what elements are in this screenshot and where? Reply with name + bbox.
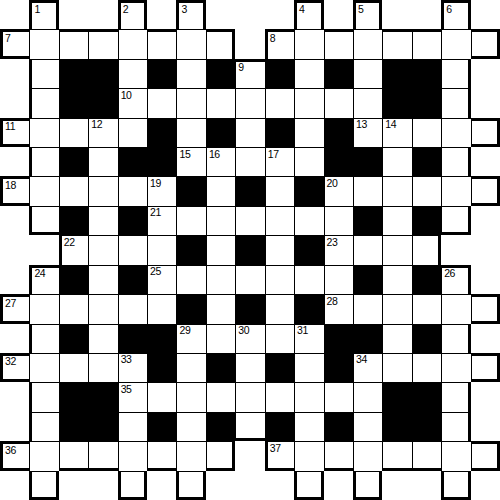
clue-number-1: 1 — [34, 4, 39, 15]
letter-cell-r7c8[interactable] — [235, 206, 264, 235]
clue-number-10: 10 — [121, 90, 132, 101]
clue-number-30: 30 — [238, 325, 249, 336]
letter-cell-r2c15[interactable] — [441, 59, 470, 88]
block-cell-r14c9 — [265, 412, 294, 441]
letter-cell-r4c13[interactable]: 14 — [382, 118, 411, 147]
letter-cell-r3c7[interactable] — [206, 88, 235, 117]
letter-cell-r10c12[interactable] — [353, 294, 382, 323]
letter-cell-r16c4[interactable] — [118, 471, 147, 500]
letter-cell-r4c12[interactable]: 13 — [353, 118, 382, 147]
block-cell-r14c14 — [412, 412, 441, 441]
block-cell-r8c8 — [235, 235, 264, 264]
letter-cell-r6c7[interactable] — [206, 176, 235, 205]
letter-cell-r10c4[interactable] — [118, 294, 147, 323]
letter-cell-r1c1[interactable] — [29, 29, 58, 58]
crossword-grid: 1234567891011121314151617181920212223242… — [0, 0, 500, 500]
letter-cell-r6c0[interactable]: 18 — [0, 176, 29, 205]
letter-cell-r10c14[interactable] — [412, 294, 441, 323]
letter-cell-r13c8[interactable] — [235, 382, 264, 411]
letter-cell-r7c9[interactable] — [265, 206, 294, 235]
letter-cell-r4c6[interactable] — [176, 118, 205, 147]
letter-cell-r12c1[interactable] — [29, 353, 58, 382]
letter-cell-r4c3[interactable]: 12 — [88, 118, 117, 147]
letter-cell-r11c8[interactable]: 30 — [235, 324, 264, 353]
letter-cell-r3c8[interactable] — [235, 88, 264, 117]
letter-cell-r4c15[interactable] — [441, 118, 470, 147]
letter-cell-r1c9[interactable]: 8 — [265, 29, 294, 58]
block-cell-r4c9 — [265, 118, 294, 147]
letter-cell-r6c4[interactable] — [118, 176, 147, 205]
letter-cell-r3c15[interactable] — [441, 88, 470, 117]
block-cell-r13c13 — [382, 382, 411, 411]
letter-cell-r12c8[interactable] — [235, 353, 264, 382]
block-cell-r11c14 — [412, 324, 441, 353]
clue-number-11: 11 — [5, 121, 15, 132]
letter-cell-r6c5[interactable]: 19 — [147, 176, 176, 205]
block-cell-r2c5 — [147, 59, 176, 88]
letter-cell-r1c4[interactable] — [118, 29, 147, 58]
letter-cell-r10c3[interactable] — [88, 294, 117, 323]
block-cell-r5c12 — [353, 147, 382, 176]
letter-cell-r16c10[interactable] — [294, 471, 323, 500]
clue-number-36: 36 — [5, 445, 16, 456]
block-cell-r2c11 — [324, 59, 353, 88]
clue-number-13: 13 — [356, 119, 367, 130]
letter-cell-r10c16[interactable] — [471, 294, 500, 323]
clue-number-18: 18 — [5, 180, 16, 191]
letter-cell-r15c14[interactable] — [412, 441, 441, 470]
clue-number-9: 9 — [238, 62, 243, 73]
letter-cell-r12c0[interactable]: 32 — [0, 353, 29, 382]
clue-number-12: 12 — [91, 119, 102, 130]
letter-cell-r4c0[interactable]: 11 — [0, 118, 29, 147]
clue-number-37: 37 — [270, 443, 281, 454]
letter-cell-r9c5[interactable]: 25 — [147, 265, 176, 294]
letter-cell-r10c5[interactable] — [147, 294, 176, 323]
letter-cell-r8c14[interactable] — [412, 235, 441, 264]
block-cell-r2c13 — [382, 59, 411, 88]
letter-cell-r1c13[interactable] — [382, 29, 411, 58]
letter-cell-r7c7[interactable] — [206, 206, 235, 235]
letter-cell-r1c12[interactable] — [353, 29, 382, 58]
clue-number-34: 34 — [356, 354, 367, 365]
letter-cell-r13c6[interactable] — [176, 382, 205, 411]
block-cell-r7c12 — [353, 206, 382, 235]
block-cell-r11c12 — [353, 324, 382, 353]
clue-number-8: 8 — [270, 33, 275, 44]
letter-cell-r0c1[interactable]: 1 — [29, 0, 58, 29]
letter-cell-r0c12[interactable]: 5 — [353, 0, 382, 29]
clue-number-29: 29 — [179, 325, 190, 336]
block-cell-r12c5 — [147, 353, 176, 382]
letter-cell-r14c1[interactable] — [29, 412, 58, 441]
block-cell-r8c6 — [176, 235, 205, 264]
letter-cell-r9c6[interactable] — [176, 265, 205, 294]
block-cell-r10c6 — [176, 294, 205, 323]
block-cell-r9c4 — [118, 265, 147, 294]
letter-cell-r7c11[interactable] — [324, 206, 353, 235]
letter-cell-r16c12[interactable] — [353, 471, 382, 500]
letter-cell-r11c1[interactable] — [29, 324, 58, 353]
letter-cell-r3c6[interactable] — [176, 88, 205, 117]
letter-cell-r2c6[interactable] — [176, 59, 205, 88]
clue-number-22: 22 — [64, 237, 75, 248]
letter-cell-r12c10[interactable] — [294, 353, 323, 382]
letter-cell-r15c0[interactable]: 36 — [0, 441, 29, 470]
block-cell-r14c11 — [324, 412, 353, 441]
letter-cell-r7c6[interactable] — [176, 206, 205, 235]
letter-cell-r13c4[interactable]: 35 — [118, 382, 147, 411]
letter-cell-r16c1[interactable] — [29, 471, 58, 500]
block-cell-r2c2 — [59, 59, 88, 88]
block-cell-r10c8 — [235, 294, 264, 323]
block-cell-r12c7 — [206, 353, 235, 382]
letter-cell-r11c10[interactable]: 31 — [294, 324, 323, 353]
letter-cell-r5c15[interactable] — [441, 147, 470, 176]
letter-cell-r6c15[interactable] — [441, 176, 470, 205]
block-cell-r9c14 — [412, 265, 441, 294]
letter-cell-r14c10[interactable] — [294, 412, 323, 441]
letter-cell-r3c1[interactable] — [29, 88, 58, 117]
block-cell-r9c12 — [353, 265, 382, 294]
letter-cell-r14c8[interactable] — [235, 412, 264, 441]
letter-cell-r8c11[interactable]: 23 — [324, 235, 353, 264]
block-cell-r2c7 — [206, 59, 235, 88]
block-cell-r9c2 — [59, 265, 88, 294]
block-cell-r4c7 — [206, 118, 235, 147]
block-cell-r10c10 — [294, 294, 323, 323]
block-cell-r14c13 — [382, 412, 411, 441]
letter-cell-r15c2[interactable] — [59, 441, 88, 470]
block-cell-r13c14 — [412, 382, 441, 411]
letter-cell-r9c3[interactable] — [88, 265, 117, 294]
letter-cell-r1c11[interactable] — [324, 29, 353, 58]
clue-number-19: 19 — [150, 178, 161, 189]
letter-cell-r8c4[interactable] — [118, 235, 147, 264]
letter-cell-r6c16[interactable] — [471, 176, 500, 205]
block-cell-r8c10 — [294, 235, 323, 264]
letter-cell-r0c6[interactable]: 3 — [176, 0, 205, 29]
letter-cell-r8c5[interactable] — [147, 235, 176, 264]
block-cell-r14c2 — [59, 412, 88, 441]
clue-number-17: 17 — [268, 149, 279, 160]
letter-cell-r12c3[interactable] — [88, 353, 117, 382]
letter-cell-r4c1[interactable] — [29, 118, 58, 147]
letter-cell-r8c12[interactable] — [353, 235, 382, 264]
letter-cell-r13c15[interactable] — [441, 382, 470, 411]
letter-cell-r1c2[interactable] — [59, 29, 88, 58]
letter-cell-r10c15[interactable] — [441, 294, 470, 323]
block-cell-r13c2 — [59, 382, 88, 411]
block-cell-r2c3 — [88, 59, 117, 88]
block-cell-r2c14 — [412, 59, 441, 88]
clue-number-26: 26 — [444, 268, 455, 279]
block-cell-r5c2 — [59, 147, 88, 176]
letter-cell-r6c13[interactable] — [382, 176, 411, 205]
letter-cell-r2c1[interactable] — [29, 59, 58, 88]
letter-cell-r15c16[interactable] — [471, 441, 500, 470]
block-cell-r6c10 — [294, 176, 323, 205]
block-cell-r14c3 — [88, 412, 117, 441]
clue-number-23: 23 — [327, 237, 338, 248]
letter-cell-r5c9[interactable]: 17 — [265, 147, 294, 176]
letter-cell-r10c2[interactable] — [59, 294, 88, 323]
letter-cell-r15c7[interactable] — [206, 441, 235, 470]
letter-cell-r10c11[interactable]: 28 — [324, 294, 353, 323]
letter-cell-r7c3[interactable] — [88, 206, 117, 235]
clue-number-2: 2 — [123, 4, 128, 15]
letter-cell-r9c13[interactable] — [382, 265, 411, 294]
clue-number-15: 15 — [179, 149, 190, 160]
clue-number-21: 21 — [150, 207, 161, 218]
letter-cell-r11c15[interactable] — [441, 324, 470, 353]
letter-cell-r10c1[interactable] — [29, 294, 58, 323]
letter-cell-r12c15[interactable] — [441, 353, 470, 382]
block-cell-r5c4 — [118, 147, 147, 176]
letter-cell-r3c12[interactable] — [353, 88, 382, 117]
letter-cell-r13c7[interactable] — [206, 382, 235, 411]
letter-cell-r0c10[interactable]: 4 — [294, 0, 323, 29]
letter-cell-r3c9[interactable] — [265, 88, 294, 117]
letter-cell-r11c3[interactable] — [88, 324, 117, 353]
letter-cell-r1c7[interactable] — [206, 29, 235, 58]
block-cell-r5c11 — [324, 147, 353, 176]
letter-cell-r8c2[interactable]: 22 — [59, 235, 88, 264]
block-cell-r5c14 — [412, 147, 441, 176]
letter-cell-r12c16[interactable] — [471, 353, 500, 382]
letter-cell-r9c7[interactable] — [206, 265, 235, 294]
letter-cell-r8c3[interactable] — [88, 235, 117, 264]
letter-cell-r6c9[interactable] — [265, 176, 294, 205]
clue-number-31: 31 — [297, 325, 308, 336]
letter-cell-r5c3[interactable] — [88, 147, 117, 176]
letter-cell-r6c12[interactable] — [353, 176, 382, 205]
clue-number-6: 6 — [446, 4, 451, 15]
block-cell-r2c9 — [265, 59, 294, 88]
letter-cell-r7c1[interactable] — [29, 206, 58, 235]
clue-number-3: 3 — [181, 4, 186, 15]
clue-number-5: 5 — [358, 4, 363, 15]
letter-cell-r14c12[interactable] — [353, 412, 382, 441]
letter-cell-r12c14[interactable] — [412, 353, 441, 382]
block-cell-r3c2 — [59, 88, 88, 117]
letter-cell-r1c15[interactable] — [441, 29, 470, 58]
block-cell-r11c2 — [59, 324, 88, 353]
letter-cell-r13c1[interactable] — [29, 382, 58, 411]
letter-cell-r10c0[interactable]: 27 — [0, 294, 29, 323]
letter-cell-r9c15[interactable]: 26 — [441, 265, 470, 294]
clue-number-35: 35 — [121, 384, 132, 395]
letter-cell-r11c7[interactable] — [206, 324, 235, 353]
letter-cell-r9c11[interactable] — [324, 265, 353, 294]
letter-cell-r11c6[interactable]: 29 — [176, 324, 205, 353]
letter-cell-r15c13[interactable] — [382, 441, 411, 470]
letter-cell-r8c7[interactable] — [206, 235, 235, 264]
block-cell-r11c5 — [147, 324, 176, 353]
letter-cell-r10c13[interactable] — [382, 294, 411, 323]
block-cell-r6c8 — [235, 176, 264, 205]
letter-cell-r7c5[interactable]: 21 — [147, 206, 176, 235]
letter-cell-r11c13[interactable] — [382, 324, 411, 353]
letter-cell-r15c11[interactable] — [324, 441, 353, 470]
letter-cell-r6c14[interactable] — [412, 176, 441, 205]
letter-cell-r0c4[interactable]: 2 — [118, 0, 147, 29]
letter-cell-r1c10[interactable] — [294, 29, 323, 58]
letter-cell-r0c15[interactable]: 6 — [441, 0, 470, 29]
letter-cell-r4c4[interactable] — [118, 118, 147, 147]
letter-cell-r8c9[interactable] — [265, 235, 294, 264]
clue-number-25: 25 — [150, 266, 161, 277]
block-cell-r7c14 — [412, 206, 441, 235]
letter-cell-r16c6[interactable] — [176, 471, 205, 500]
block-cell-r12c9 — [265, 353, 294, 382]
letter-cell-r13c12[interactable] — [353, 382, 382, 411]
letter-cell-r7c15[interactable] — [441, 206, 470, 235]
block-cell-r4c11 — [324, 118, 353, 147]
block-cell-r13c3 — [88, 382, 117, 411]
block-cell-r5c5 — [147, 147, 176, 176]
letter-cell-r4c14[interactable] — [412, 118, 441, 147]
letter-cell-r5c7[interactable]: 16 — [206, 147, 235, 176]
letter-cell-r5c10[interactable] — [294, 147, 323, 176]
letter-cell-r16c15[interactable] — [441, 471, 470, 500]
clue-number-7: 7 — [5, 33, 10, 44]
letter-cell-r1c3[interactable] — [88, 29, 117, 58]
block-cell-r7c4 — [118, 206, 147, 235]
letter-cell-r15c4[interactable] — [118, 441, 147, 470]
letter-cell-r12c6[interactable] — [176, 353, 205, 382]
clue-number-32: 32 — [5, 356, 16, 367]
letter-cell-r5c13[interactable] — [382, 147, 411, 176]
letter-cell-r1c14[interactable] — [412, 29, 441, 58]
block-cell-r7c2 — [59, 206, 88, 235]
block-cell-r3c3 — [88, 88, 117, 117]
block-cell-r4c5 — [147, 118, 176, 147]
letter-cell-r4c10[interactable] — [294, 118, 323, 147]
letter-cell-r11c9[interactable] — [265, 324, 294, 353]
letter-cell-r3c10[interactable] — [294, 88, 323, 117]
letter-cell-r2c4[interactable] — [118, 59, 147, 88]
clue-number-27: 27 — [5, 298, 16, 309]
block-cell-r11c4 — [118, 324, 147, 353]
letter-cell-r12c13[interactable] — [382, 353, 411, 382]
letter-cell-r7c13[interactable] — [382, 206, 411, 235]
letter-cell-r15c3[interactable] — [88, 441, 117, 470]
clue-number-20: 20 — [327, 178, 338, 189]
letter-cell-r4c16[interactable] — [471, 118, 500, 147]
letter-cell-r15c15[interactable] — [441, 441, 470, 470]
letter-cell-r9c10[interactable] — [294, 265, 323, 294]
block-cell-r14c7 — [206, 412, 235, 441]
clue-number-14: 14 — [385, 119, 396, 130]
letter-cell-r3c11[interactable] — [324, 88, 353, 117]
letter-cell-r10c9[interactable] — [265, 294, 294, 323]
letter-cell-r13c5[interactable] — [147, 382, 176, 411]
letter-cell-r1c6[interactable] — [176, 29, 205, 58]
letter-cell-r3c5[interactable] — [147, 88, 176, 117]
letter-cell-r15c9[interactable]: 37 — [265, 441, 294, 470]
letter-cell-r8c13[interactable] — [382, 235, 411, 264]
letter-cell-r14c4[interactable] — [118, 412, 147, 441]
letter-cell-r7c10[interactable] — [294, 206, 323, 235]
block-cell-r3c14 — [412, 88, 441, 117]
letter-cell-r15c1[interactable] — [29, 441, 58, 470]
letter-cell-r3c4[interactable]: 10 — [118, 88, 147, 117]
letter-cell-r1c0[interactable]: 7 — [0, 29, 29, 58]
block-cell-r3c13 — [382, 88, 411, 117]
letter-cell-r12c2[interactable] — [59, 353, 88, 382]
letter-cell-r2c8[interactable]: 9 — [235, 59, 264, 88]
letter-cell-r13c9[interactable] — [265, 382, 294, 411]
clue-number-4: 4 — [299, 4, 304, 15]
block-cell-r14c5 — [147, 412, 176, 441]
letter-cell-r9c8[interactable] — [235, 265, 264, 294]
letter-cell-r12c12[interactable]: 34 — [353, 353, 382, 382]
letter-cell-r5c8[interactable] — [235, 147, 264, 176]
letter-cell-r15c12[interactable] — [353, 441, 382, 470]
letter-cell-r5c1[interactable] — [29, 147, 58, 176]
letter-cell-r4c2[interactable] — [59, 118, 88, 147]
letter-cell-r14c15[interactable] — [441, 412, 470, 441]
letter-cell-r15c5[interactable] — [147, 441, 176, 470]
letter-cell-r9c1[interactable]: 24 — [29, 265, 58, 294]
letter-cell-r10c7[interactable] — [206, 294, 235, 323]
letter-cell-r4c8[interactable] — [235, 118, 264, 147]
letter-cell-r15c6[interactable] — [176, 441, 205, 470]
letter-cell-r6c11[interactable]: 20 — [324, 176, 353, 205]
letter-cell-r1c5[interactable] — [147, 29, 176, 58]
letter-cell-r5c6[interactable]: 15 — [176, 147, 205, 176]
letter-cell-r6c2[interactable] — [59, 176, 88, 205]
letter-cell-r13c10[interactable] — [294, 382, 323, 411]
letter-cell-r13c11[interactable] — [324, 382, 353, 411]
clue-number-16: 16 — [209, 149, 220, 160]
letter-cell-r6c3[interactable] — [88, 176, 117, 205]
block-cell-r11c11 — [324, 324, 353, 353]
block-cell-r6c6 — [176, 176, 205, 205]
letter-cell-r9c9[interactable] — [265, 265, 294, 294]
letter-cell-r2c12[interactable] — [353, 59, 382, 88]
clue-number-33: 33 — [121, 354, 132, 365]
letter-cell-r12c4[interactable]: 33 — [118, 353, 147, 382]
letter-cell-r14c6[interactable] — [176, 412, 205, 441]
letter-cell-r6c1[interactable] — [29, 176, 58, 205]
letter-cell-r15c10[interactable] — [294, 441, 323, 470]
clue-number-24: 24 — [34, 268, 45, 279]
clue-number-28: 28 — [327, 296, 338, 307]
block-cell-r12c11 — [324, 353, 353, 382]
letter-cell-r2c10[interactable] — [294, 59, 323, 88]
letter-cell-r1c16[interactable] — [471, 29, 500, 58]
